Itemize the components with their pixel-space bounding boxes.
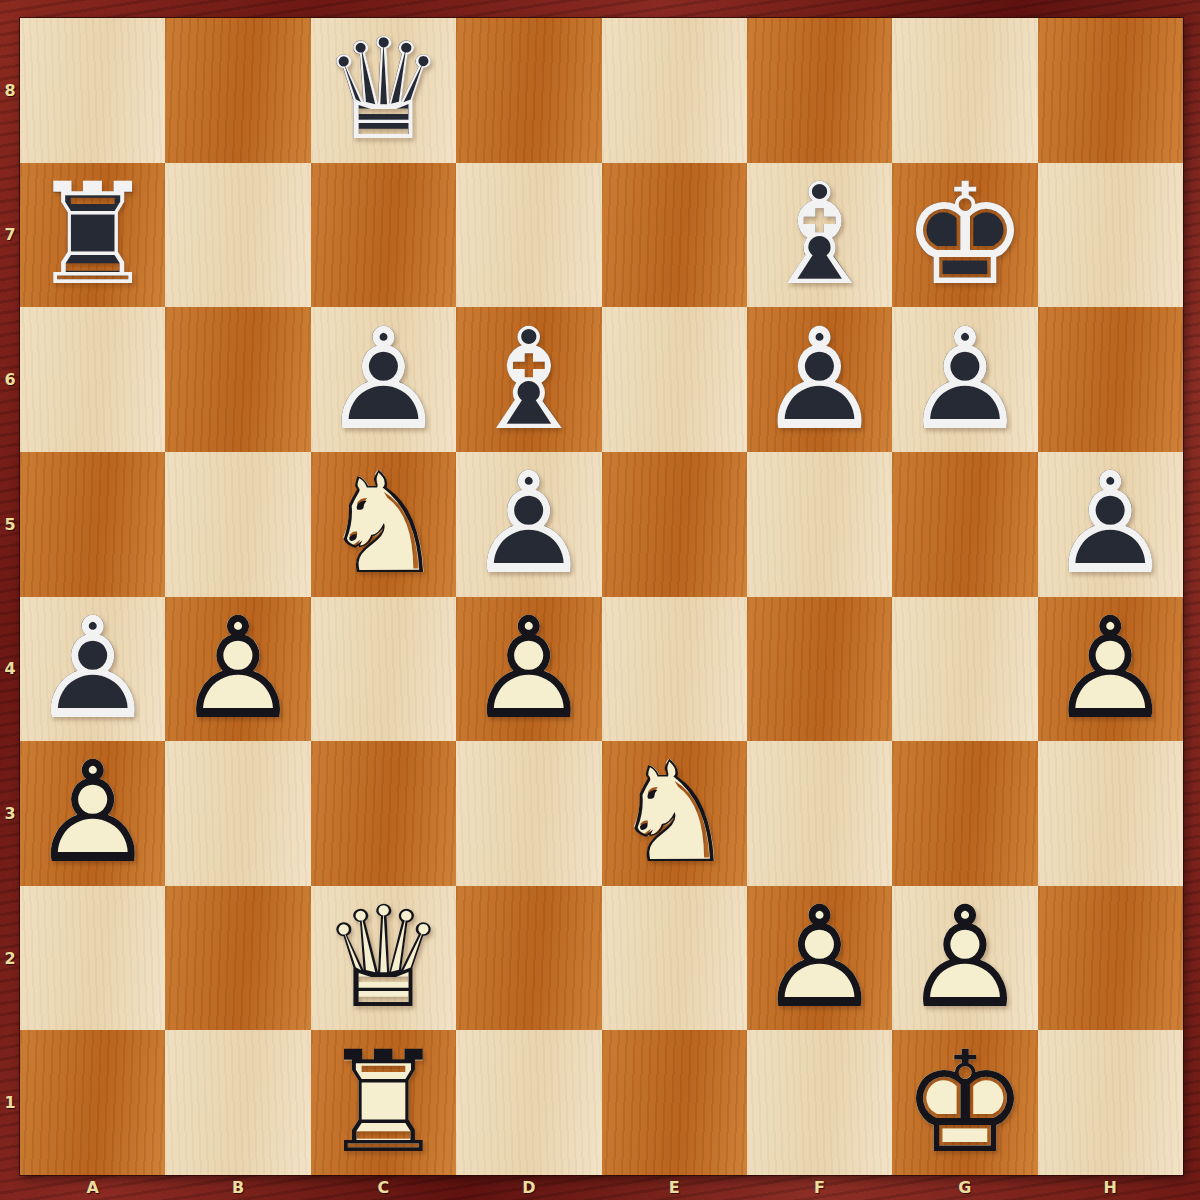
- black-pawn[interactable]: ♟♙: [892, 307, 1037, 452]
- square-a5[interactable]: [20, 452, 165, 597]
- piece-outline-glyph: ♙: [321, 310, 447, 450]
- piece-outline-glyph: ♙: [1048, 599, 1174, 739]
- black-pawn[interactable]: ♟♙: [20, 597, 165, 742]
- square-f6[interactable]: ♟♙: [747, 307, 892, 452]
- square-g1[interactable]: ♚♔: [892, 1030, 1037, 1175]
- square-g4[interactable]: [892, 597, 1037, 742]
- file-label-d: D: [456, 1175, 601, 1200]
- square-d1[interactable]: [456, 1030, 601, 1175]
- square-b1[interactable]: [165, 1030, 310, 1175]
- square-a1[interactable]: [20, 1030, 165, 1175]
- square-g5[interactable]: [892, 452, 1037, 597]
- piece-outline-glyph: ♙: [902, 310, 1028, 450]
- square-e2[interactable]: [602, 886, 747, 1031]
- rank-label-6: 6: [0, 307, 20, 452]
- black-pawn[interactable]: ♟♙: [1038, 452, 1183, 597]
- square-d6[interactable]: ♝♗: [456, 307, 601, 452]
- file-label-c: C: [311, 1175, 456, 1200]
- piece-outline-glyph: ♙: [757, 310, 883, 450]
- square-f8[interactable]: [747, 18, 892, 163]
- square-f5[interactable]: [747, 452, 892, 597]
- chess-board[interactable]: ♛♕♜♖♝♗♚♔♟♙♝♗♟♙♟♙♞♘♟♙♟♙♟♙♟♙♟♙♟♙♟♙♞♘♛♕♟♙♟♙…: [20, 18, 1183, 1175]
- square-e8[interactable]: [602, 18, 747, 163]
- file-label-f: F: [747, 1175, 892, 1200]
- square-a3[interactable]: ♟♙: [20, 741, 165, 886]
- piece-outline-glyph: ♘: [611, 743, 737, 883]
- square-d5[interactable]: ♟♙: [456, 452, 601, 597]
- piece-outline-glyph: ♕: [321, 888, 447, 1028]
- black-rook[interactable]: ♜♖: [20, 163, 165, 308]
- square-f2[interactable]: ♟♙: [747, 886, 892, 1031]
- piece-outline-glyph: ♗: [757, 165, 883, 305]
- square-h8[interactable]: [1038, 18, 1183, 163]
- square-b6[interactable]: [165, 307, 310, 452]
- square-d8[interactable]: [456, 18, 601, 163]
- square-c5[interactable]: ♞♘: [311, 452, 456, 597]
- rank-label-2: 2: [0, 886, 20, 1031]
- square-b2[interactable]: [165, 886, 310, 1031]
- black-bishop[interactable]: ♝♗: [747, 163, 892, 308]
- square-c1[interactable]: ♜♖: [311, 1030, 456, 1175]
- square-h5[interactable]: ♟♙: [1038, 452, 1183, 597]
- square-d7[interactable]: [456, 163, 601, 308]
- square-b3[interactable]: [165, 741, 310, 886]
- square-h4[interactable]: ♟♙: [1038, 597, 1183, 742]
- square-h7[interactable]: [1038, 163, 1183, 308]
- square-g3[interactable]: [892, 741, 1037, 886]
- rank-label-3: 3: [0, 741, 20, 886]
- square-c3[interactable]: [311, 741, 456, 886]
- square-e6[interactable]: [602, 307, 747, 452]
- square-e7[interactable]: [602, 163, 747, 308]
- piece-outline-glyph: ♙: [1048, 454, 1174, 594]
- square-d3[interactable]: [456, 741, 601, 886]
- white-rook[interactable]: ♜♖: [311, 1030, 456, 1175]
- square-a6[interactable]: [20, 307, 165, 452]
- square-a7[interactable]: ♜♖: [20, 163, 165, 308]
- piece-outline-glyph: ♙: [466, 599, 592, 739]
- square-h3[interactable]: [1038, 741, 1183, 886]
- square-h1[interactable]: [1038, 1030, 1183, 1175]
- white-pawn[interactable]: ♟♙: [892, 886, 1037, 1031]
- square-b8[interactable]: [165, 18, 310, 163]
- black-king[interactable]: ♚♔: [892, 163, 1037, 308]
- square-f7[interactable]: ♝♗: [747, 163, 892, 308]
- white-knight[interactable]: ♞♘: [602, 741, 747, 886]
- square-c7[interactable]: [311, 163, 456, 308]
- square-b5[interactable]: [165, 452, 310, 597]
- square-e5[interactable]: [602, 452, 747, 597]
- square-f3[interactable]: [747, 741, 892, 886]
- square-h6[interactable]: [1038, 307, 1183, 452]
- piece-outline-glyph: ♙: [30, 743, 156, 883]
- black-pawn[interactable]: ♟♙: [311, 307, 456, 452]
- file-label-e: E: [602, 1175, 747, 1200]
- black-bishop[interactable]: ♝♗: [456, 307, 601, 452]
- square-f4[interactable]: [747, 597, 892, 742]
- square-d4[interactable]: ♟♙: [456, 597, 601, 742]
- piece-outline-glyph: ♕: [321, 20, 447, 160]
- square-a8[interactable]: [20, 18, 165, 163]
- piece-outline-glyph: ♙: [757, 888, 883, 1028]
- black-pawn[interactable]: ♟♙: [747, 307, 892, 452]
- white-pawn[interactable]: ♟♙: [165, 597, 310, 742]
- piece-outline-glyph: ♖: [30, 165, 156, 305]
- square-d2[interactable]: [456, 886, 601, 1031]
- square-c2[interactable]: ♛♕: [311, 886, 456, 1031]
- black-pawn[interactable]: ♟♙: [456, 452, 601, 597]
- square-g7[interactable]: ♚♔: [892, 163, 1037, 308]
- square-g6[interactable]: ♟♙: [892, 307, 1037, 452]
- square-e3[interactable]: ♞♘: [602, 741, 747, 886]
- white-queen[interactable]: ♛♕: [311, 886, 456, 1031]
- rank-labels: 8 7 6 5 4 3 2 1: [0, 18, 20, 1175]
- square-c4[interactable]: [311, 597, 456, 742]
- file-label-a: A: [20, 1175, 165, 1200]
- piece-outline-glyph: ♖: [321, 1033, 447, 1173]
- piece-outline-glyph: ♙: [30, 599, 156, 739]
- square-g2[interactable]: ♟♙: [892, 886, 1037, 1031]
- chess-board-frame: ♛♕♜♖♝♗♚♔♟♙♝♗♟♙♟♙♞♘♟♙♟♙♟♙♟♙♟♙♟♙♟♙♞♘♛♕♟♙♟♙…: [0, 0, 1200, 1200]
- file-labels: A B C D E F G H: [20, 1175, 1183, 1200]
- rank-label-1: 1: [0, 1030, 20, 1175]
- rank-label-7: 7: [0, 163, 20, 308]
- piece-outline-glyph: ♗: [466, 310, 592, 450]
- piece-outline-glyph: ♔: [902, 1033, 1028, 1173]
- file-label-b: B: [165, 1175, 310, 1200]
- piece-outline-glyph: ♙: [902, 888, 1028, 1028]
- rank-label-5: 5: [0, 452, 20, 597]
- white-king[interactable]: ♚♔: [892, 1030, 1037, 1175]
- square-a4[interactable]: ♟♙: [20, 597, 165, 742]
- square-c8[interactable]: ♛♕: [311, 18, 456, 163]
- square-f1[interactable]: [747, 1030, 892, 1175]
- square-a2[interactable]: [20, 886, 165, 1031]
- piece-outline-glyph: ♙: [175, 599, 301, 739]
- square-g8[interactable]: [892, 18, 1037, 163]
- white-knight[interactable]: ♞♘: [311, 452, 456, 597]
- square-e4[interactable]: [602, 597, 747, 742]
- black-queen[interactable]: ♛♕: [311, 18, 456, 163]
- square-c6[interactable]: ♟♙: [311, 307, 456, 452]
- piece-outline-glyph: ♘: [321, 454, 447, 594]
- file-label-h: H: [1038, 1175, 1183, 1200]
- white-pawn[interactable]: ♟♙: [20, 741, 165, 886]
- square-b4[interactable]: ♟♙: [165, 597, 310, 742]
- piece-outline-glyph: ♔: [902, 165, 1028, 305]
- white-pawn[interactable]: ♟♙: [456, 597, 601, 742]
- square-e1[interactable]: [602, 1030, 747, 1175]
- rank-label-8: 8: [0, 18, 20, 163]
- square-b7[interactable]: [165, 163, 310, 308]
- file-label-g: G: [892, 1175, 1037, 1200]
- white-pawn[interactable]: ♟♙: [1038, 597, 1183, 742]
- rank-label-4: 4: [0, 597, 20, 742]
- white-pawn[interactable]: ♟♙: [747, 886, 892, 1031]
- piece-outline-glyph: ♙: [466, 454, 592, 594]
- square-h2[interactable]: [1038, 886, 1183, 1031]
